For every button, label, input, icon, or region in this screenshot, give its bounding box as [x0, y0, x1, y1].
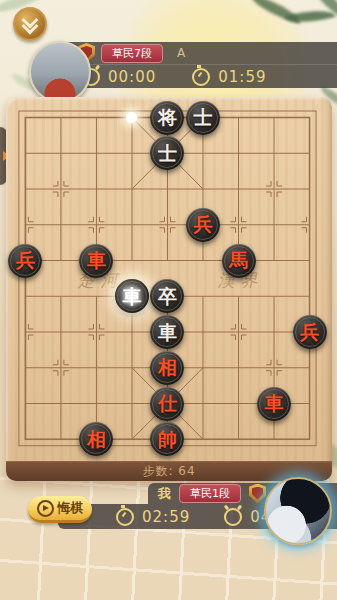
pieces-layer: 将士士兵兵車馬車卒車兵相仕車相帥 — [6, 97, 332, 462]
bamboo-leaf — [308, 0, 337, 21]
top-rank-badge: 草民7段 — [101, 44, 163, 63]
piece-red-相[interactable]: 相 — [150, 351, 184, 385]
top-alarm-time: 00:00 — [108, 68, 156, 86]
last-move-origin-marker — [126, 112, 137, 123]
stopwatch-icon — [116, 508, 134, 526]
xiangqi-board[interactable]: 楚河漢界 将士士兵兵車馬車卒車兵相仕車相帥 步数: 64 — [6, 97, 332, 481]
play-circle-icon — [37, 500, 54, 517]
bottom-stopwatch-time: 02:59 — [142, 508, 190, 526]
undo-label: 悔棋 — [58, 499, 84, 517]
bamboo-leaf — [247, 0, 304, 24]
piece-red-相[interactable]: 相 — [79, 422, 113, 456]
alarm-clock-icon — [224, 508, 242, 526]
piece-black-卒[interactable]: 卒 — [150, 279, 184, 313]
piece-red-帥[interactable]: 帥 — [150, 422, 184, 456]
bottom-rank-badge: 草民1段 — [179, 484, 241, 503]
piece-red-車[interactable]: 車 — [257, 387, 291, 421]
top-player-avatar[interactable] — [29, 41, 91, 103]
bamboo-leaf — [284, 4, 336, 29]
piece-black-士[interactable]: 士 — [186, 101, 220, 135]
top-stopwatch-time: 01:59 — [218, 68, 266, 86]
piece-red-車[interactable]: 車 — [79, 244, 113, 278]
bottom-player-avatar[interactable] — [264, 477, 332, 545]
piece-red-兵[interactable]: 兵 — [8, 244, 42, 278]
piece-black-車[interactable]: 車 — [115, 279, 149, 313]
move-count-strip: 步数: 64 — [6, 461, 332, 481]
top-player-panel: 草民7段 A 00:00 01:59 — [52, 42, 337, 88]
stopwatch-icon — [192, 68, 210, 86]
piece-red-兵[interactable]: 兵 — [293, 315, 327, 349]
undo-button[interactable]: 悔棋 — [28, 496, 92, 523]
piece-black-将[interactable]: 将 — [150, 101, 184, 135]
piece-red-馬[interactable]: 馬 — [222, 244, 256, 278]
piece-red-兵[interactable]: 兵 — [186, 208, 220, 242]
piece-black-士[interactable]: 士 — [150, 136, 184, 170]
me-label: 我 — [158, 485, 171, 503]
rank-shield-icon — [249, 484, 266, 504]
collapse-button[interactable] — [13, 7, 47, 41]
piece-red-仕[interactable]: 仕 — [150, 387, 184, 421]
top-player-name: A — [177, 46, 185, 60]
piece-black-車[interactable]: 車 — [150, 315, 184, 349]
move-count: 步数: 64 — [142, 463, 195, 480]
